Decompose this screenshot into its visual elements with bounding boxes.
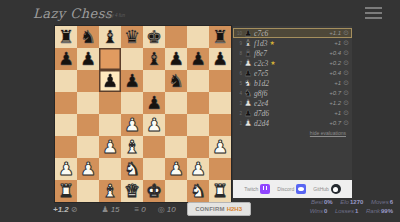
square-e7[interactable]: ♝: [143, 48, 165, 70]
white-pawn-a2[interactable]: ♟: [55, 158, 77, 180]
move-eval-value: +0.7: [329, 120, 341, 126]
eval-hidden-icon[interactable]: ⊘: [71, 205, 78, 214]
peek-eye-icon[interactable]: ⊙: [343, 98, 349, 108]
white-rook-h1[interactable]: ♜: [209, 180, 231, 202]
white-knight-d2[interactable]: ♞: [121, 158, 143, 180]
square-d3[interactable]: ♝: [121, 136, 143, 158]
move-text: b1d2: [254, 79, 269, 88]
moves-label: Moves: [371, 199, 389, 205]
social-label: Discord: [277, 186, 294, 192]
peek-eye-icon[interactable]: ⊙: [343, 48, 349, 58]
black-knight-f6[interactable]: ♞: [165, 70, 187, 92]
move-text: d2d4: [254, 119, 269, 128]
peek-eye-icon[interactable]: ⊙: [343, 108, 349, 118]
peek-eye-icon[interactable]: ⊙: [343, 38, 349, 48]
stack-count: 0: [141, 205, 145, 214]
white-pawn-f2[interactable]: ♟: [165, 158, 187, 180]
move-text: f8e7: [254, 49, 267, 58]
move-eval-value: +1: [334, 110, 341, 116]
black-bishop-c8[interactable]: ♝: [99, 26, 121, 48]
square-h7[interactable]: ♟: [209, 48, 231, 70]
square-e1[interactable]: ♚: [143, 180, 165, 202]
stack-counter: ≡ 0: [135, 205, 146, 214]
peek-count: 10: [167, 205, 176, 214]
social-link-github[interactable]: GitHub: [313, 184, 341, 194]
black-pawn-icon: ♟: [244, 28, 252, 38]
peek-eye-icon[interactable]: ⊙: [343, 68, 349, 78]
square-d5[interactable]: [121, 92, 143, 114]
square-c2[interactable]: [99, 158, 121, 180]
pawn-icon: ♟: [102, 205, 109, 214]
black-pawn-e5[interactable]: ♟: [143, 92, 165, 114]
square-a7[interactable]: ♟: [55, 48, 77, 70]
move-text: e7e5: [254, 69, 268, 78]
square-b4[interactable]: [77, 114, 99, 136]
move-text: e2e4: [254, 99, 268, 108]
square-b3[interactable]: [77, 136, 99, 158]
chess-board[interactable]: ♜♞♝♛♚♜♟♟♝♟♟♟♟♟♞♟♟♟♟♝♟♟♟♞♟♟♜♝♛♚♞♜: [55, 26, 231, 202]
move-row-b1d2[interactable]: 5♞b1d2+1⊙: [233, 78, 352, 88]
best-move-star-icon: ★: [269, 38, 274, 48]
white-knight-icon: ♞: [244, 78, 252, 88]
square-d4[interactable]: ♟: [121, 114, 143, 136]
peek-eye-icon[interactable]: ⊙: [343, 78, 349, 88]
black-pawn-a7[interactable]: ♟: [55, 48, 77, 70]
move-row-g8f6[interactable]: 4♞g8f6+0.7⊙: [233, 88, 352, 98]
square-e6[interactable]: [143, 70, 165, 92]
square-b6[interactable]: [77, 70, 99, 92]
social-label: Twitch: [244, 186, 258, 192]
square-b7[interactable]: ♟: [77, 48, 99, 70]
move-text: d7d6: [254, 109, 269, 118]
square-g4[interactable]: [187, 114, 209, 136]
square-c7[interactable]: [99, 48, 121, 70]
square-f1[interactable]: [165, 180, 187, 202]
square-g5[interactable]: [187, 92, 209, 114]
square-f8[interactable]: [165, 26, 187, 48]
peek-eye-icon[interactable]: ⊙: [343, 88, 349, 98]
white-pawn-c3[interactable]: ♟: [99, 136, 121, 158]
white-bishop-c1[interactable]: ♝: [99, 180, 121, 202]
white-pawn-icon: ♟: [244, 118, 252, 128]
peek-eye-icon[interactable]: ⊙: [343, 118, 349, 128]
move-row-d7d6[interactable]: 2♟d7d6+1⊙: [233, 108, 352, 118]
peek-eye-icon[interactable]: ⊙: [343, 28, 349, 38]
black-pawn-b7[interactable]: ♟: [77, 48, 99, 70]
app-subtitle: a toy 4 fun: [104, 13, 125, 18]
elo-label: Elo: [340, 199, 349, 205]
move-eval-value: +0.7: [329, 90, 341, 96]
stats-line-2: Wins0 Losses1 Rank99%: [304, 207, 393, 216]
move-row-c2c3[interactable]: 7♟c2c3★+0.2⊙: [233, 58, 352, 68]
square-c6[interactable]: ♟: [99, 70, 121, 92]
square-h1[interactable]: ♜: [209, 180, 231, 202]
white-queen-d1[interactable]: ♛: [121, 180, 143, 202]
square-h5[interactable]: [209, 92, 231, 114]
moves-value: 6: [390, 199, 393, 205]
square-d1[interactable]: ♛: [121, 180, 143, 202]
move-text: c7c6: [254, 29, 268, 38]
white-pawn-d4[interactable]: ♟: [121, 114, 143, 136]
square-a6[interactable]: [55, 70, 77, 92]
black-bishop-e7[interactable]: ♝: [143, 48, 165, 70]
square-d7[interactable]: [121, 48, 143, 70]
pawn-count: 15: [111, 205, 120, 214]
white-pawn-e4[interactable]: ♟: [143, 114, 165, 136]
wins-value: 0: [324, 208, 327, 214]
move-eval-value: +0.4: [329, 50, 341, 56]
black-pawn-f7[interactable]: ♟: [165, 48, 187, 70]
losses-label: Losses: [335, 208, 354, 214]
square-b1[interactable]: [77, 180, 99, 202]
app-title: Lazy Chess: [33, 6, 112, 21]
move-number: 6: [236, 71, 242, 76]
losses-value: 1: [355, 208, 358, 214]
move-number: 3: [236, 101, 242, 106]
square-c8[interactable]: ♝: [99, 26, 121, 48]
square-h2[interactable]: [209, 158, 231, 180]
square-e5[interactable]: ♟: [143, 92, 165, 114]
square-f2[interactable]: ♟: [165, 158, 187, 180]
move-list: 10♟c7c6+1.1⊙9♝f1d3★+1⊙8♝f8e7+0.4⊙7♟c2c3★…: [233, 26, 352, 128]
move-row-f8e7[interactable]: 8♝f8e7+0.4⊙: [233, 48, 352, 58]
white-pawn-h3[interactable]: ♟: [209, 136, 231, 158]
move-text: f1d3: [254, 39, 267, 48]
stack-icon: ≡: [135, 205, 140, 214]
elo-value: 1270: [350, 199, 363, 205]
white-rook-a1[interactable]: ♜: [55, 180, 77, 202]
square-c3[interactable]: ♟: [99, 136, 121, 158]
rank-label: Rank: [366, 208, 380, 214]
square-h4[interactable]: [209, 114, 231, 136]
move-eval-value: +1.2: [329, 100, 341, 106]
white-bishop-icon: ♝: [244, 38, 252, 48]
pawn-counter: ♟ 15: [102, 205, 120, 214]
square-c5[interactable]: [99, 92, 121, 114]
rank-value: 99%: [381, 208, 393, 214]
square-g3[interactable]: [187, 136, 209, 158]
square-f5[interactable]: [165, 92, 187, 114]
move-number: 8: [236, 51, 242, 56]
peek-eye-icon: ◎: [158, 205, 165, 214]
square-a2[interactable]: ♟: [55, 158, 77, 180]
black-pawn-c6[interactable]: ♟: [99, 70, 121, 92]
square-c1[interactable]: ♝: [99, 180, 121, 202]
black-bishop-icon: ♝: [244, 48, 252, 58]
square-d6[interactable]: ♟: [121, 70, 143, 92]
square-g2[interactable]: ♟: [187, 158, 209, 180]
move-eval-value: +1.1: [329, 30, 341, 36]
social-links-bar: TwitchDiscordGitHub: [233, 180, 352, 198]
move-number: 9: [236, 41, 242, 46]
square-h6[interactable]: [209, 70, 231, 92]
black-knight-b8[interactable]: ♞: [77, 26, 99, 48]
square-g1[interactable]: ♞: [187, 180, 209, 202]
confirm-label: CONFIRM: [195, 206, 224, 212]
move-eval-value: +1: [334, 40, 341, 46]
move-eval-value: +1: [334, 80, 341, 86]
white-pawn-g2[interactable]: ♟: [187, 158, 209, 180]
player-stats: Best0% Elo1270 Moves6 Wins0 Losses1 Rank…: [304, 198, 393, 215]
move-eval-value: +0.4: [329, 70, 341, 76]
move-list-panel: 10♟c7c6+1.1⊙9♝f1d3★+1⊙8♝f8e7+0.4⊙7♟c2c3★…: [233, 26, 352, 198]
square-e3[interactable]: [143, 136, 165, 158]
black-king-e8[interactable]: ♚: [143, 26, 165, 48]
move-row-e2e4[interactable]: 3♟e2e4+1.2⊙: [233, 98, 352, 108]
peek-counter: ◎ 10: [158, 205, 176, 214]
best-value: 0%: [324, 199, 333, 205]
eval-value: +1.2: [53, 205, 69, 214]
move-row-e7e5[interactable]: 6♟e7e5+0.4⊙: [233, 68, 352, 78]
square-g6[interactable]: [187, 70, 209, 92]
discord-icon[interactable]: [296, 184, 306, 194]
move-number: 5: [236, 81, 242, 86]
black-pawn-icon: ♟: [244, 108, 252, 118]
white-bishop-d3[interactable]: ♝: [121, 136, 143, 158]
move-eval-value: +0.2: [329, 60, 341, 66]
move-number: 1: [236, 121, 242, 126]
square-b5[interactable]: [77, 92, 99, 114]
confirm-move-text: H2H3: [227, 206, 242, 212]
move-row-f1d3[interactable]: 9♝f1d3★+1⊙: [233, 38, 352, 48]
best-move-star-icon: ★: [270, 58, 275, 68]
square-h8[interactable]: ♜: [209, 26, 231, 48]
square-f3[interactable]: [165, 136, 187, 158]
github-icon[interactable]: [331, 184, 341, 194]
social-link-discord[interactable]: Discord: [277, 184, 306, 194]
eval-display: +1.2 ⊘: [53, 205, 78, 214]
move-text: g8f6: [254, 89, 267, 98]
evaluations-toggle-link[interactable]: hide evaluations: [233, 128, 352, 136]
social-label: GitHub: [313, 186, 329, 192]
move-row-c7c6[interactable]: 10♟c7c6+1.1⊙: [233, 28, 352, 38]
black-queen-d8[interactable]: ♛: [121, 26, 143, 48]
black-knight-icon: ♞: [244, 88, 252, 98]
black-pawn-h7[interactable]: ♟: [209, 48, 231, 70]
square-g7[interactable]: ♟: [187, 48, 209, 70]
menu-icon[interactable]: [365, 7, 382, 22]
square-b2[interactable]: ♟: [77, 158, 99, 180]
square-c4[interactable]: [99, 114, 121, 136]
move-number: 2: [236, 111, 242, 116]
square-a8[interactable]: ♜: [55, 26, 77, 48]
twitch-icon[interactable]: [260, 184, 270, 194]
white-knight-g1[interactable]: ♞: [187, 180, 209, 202]
best-label: Best: [311, 199, 323, 205]
square-a5[interactable]: [55, 92, 77, 114]
social-link-twitch[interactable]: Twitch: [244, 184, 270, 194]
move-row-d2d4[interactable]: 1♟d2d4+0.7⊙: [233, 118, 352, 128]
square-a4[interactable]: [55, 114, 77, 136]
black-pawn-icon: ♟: [244, 68, 252, 78]
square-e2[interactable]: [143, 158, 165, 180]
square-g8[interactable]: [187, 26, 209, 48]
move-text: c2c3: [254, 59, 268, 68]
square-b8[interactable]: ♞: [77, 26, 99, 48]
move-number: 4: [236, 91, 242, 96]
square-e4[interactable]: ♟: [143, 114, 165, 136]
move-number: 7: [236, 61, 242, 66]
square-d8[interactable]: ♛: [121, 26, 143, 48]
white-pawn-b2[interactable]: ♟: [77, 158, 99, 180]
square-a3[interactable]: [55, 136, 77, 158]
confirm-move-button[interactable]: CONFIRM H2H3: [187, 202, 251, 216]
black-pawn-g7[interactable]: ♟: [187, 48, 209, 70]
square-h3[interactable]: ♟: [209, 136, 231, 158]
black-pawn-d6[interactable]: ♟: [121, 70, 143, 92]
move-number: 10: [236, 31, 242, 36]
white-king-e1[interactable]: ♚: [143, 180, 165, 202]
black-rook-h8[interactable]: ♜: [209, 26, 231, 48]
peek-eye-icon[interactable]: ⊙: [343, 58, 349, 68]
square-f6[interactable]: ♞: [165, 70, 187, 92]
wins-label: Wins: [310, 208, 323, 214]
square-d2[interactable]: ♞: [121, 158, 143, 180]
square-f7[interactable]: ♟: [165, 48, 187, 70]
black-rook-a8[interactable]: ♜: [55, 26, 77, 48]
white-pawn-icon: ♟: [244, 98, 252, 108]
square-a1[interactable]: ♜: [55, 180, 77, 202]
stats-line-1: Best0% Elo1270 Moves6: [304, 198, 393, 207]
white-pawn-icon: ♟: [244, 58, 252, 68]
lazy-chess-app: Lazy Chess a toy 4 fun ♜♞♝♛♚♜♟♟♝♟♟♟♟♟♞♟♟…: [0, 0, 400, 222]
square-e8[interactable]: ♚: [143, 26, 165, 48]
square-f4[interactable]: [165, 114, 187, 136]
